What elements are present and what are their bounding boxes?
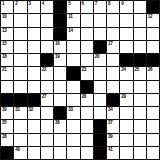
cell-r12c6[interactable] bbox=[67, 147, 79, 159]
cell-r2c3[interactable] bbox=[28, 14, 40, 26]
clue-number-29: 29 bbox=[121, 94, 126, 99]
cell-r2c10[interactable] bbox=[120, 14, 132, 26]
cell-r6c7[interactable]: 23 bbox=[81, 67, 93, 79]
clue-number-13: 13 bbox=[2, 28, 7, 33]
cell-r12c5[interactable] bbox=[54, 147, 66, 159]
cell-r3c9[interactable] bbox=[107, 28, 119, 40]
cell-r11c1[interactable]: 38 bbox=[1, 134, 13, 146]
cell-r3c4[interactable] bbox=[41, 28, 53, 40]
clue-number-38: 38 bbox=[2, 134, 7, 139]
black-square-r6c6 bbox=[67, 67, 79, 79]
clue-number-26: 26 bbox=[148, 67, 153, 72]
black-square-r2c5 bbox=[54, 14, 66, 26]
clue-number-24: 24 bbox=[121, 67, 126, 72]
clue-number-23: 23 bbox=[82, 67, 87, 72]
cell-r2c12[interactable]: 12 bbox=[147, 14, 159, 26]
clue-number-34: 34 bbox=[108, 107, 113, 112]
cell-r5c3[interactable] bbox=[28, 54, 40, 66]
clue-number-31: 31 bbox=[15, 107, 20, 112]
clue-number-35: 35 bbox=[2, 120, 7, 125]
clue-number-39: 39 bbox=[108, 134, 113, 139]
cell-r10c11[interactable] bbox=[134, 120, 146, 132]
cell-r10c4[interactable] bbox=[41, 120, 53, 132]
clue-number-37: 37 bbox=[108, 120, 113, 125]
clue-number-41: 41 bbox=[108, 147, 113, 152]
crossword-board: 1234567891011121314151617181920212223242… bbox=[0, 0, 160, 160]
black-square-r11c8 bbox=[94, 134, 106, 146]
cell-r7c3[interactable] bbox=[28, 81, 40, 93]
cell-r2c8[interactable] bbox=[94, 14, 106, 26]
cell-r3c7[interactable] bbox=[81, 28, 93, 40]
cell-r1c2[interactable]: 2 bbox=[14, 1, 26, 13]
clue-number-32: 32 bbox=[29, 107, 34, 112]
cell-r8c12[interactable] bbox=[147, 94, 159, 106]
black-square-r3c5 bbox=[54, 28, 66, 40]
cell-r2c2[interactable] bbox=[14, 14, 26, 26]
cell-r12c11[interactable] bbox=[134, 147, 146, 159]
cell-r1c9[interactable]: 8 bbox=[107, 1, 119, 13]
cell-r6c12[interactable]: 26 bbox=[147, 67, 159, 79]
clue-number-28: 28 bbox=[82, 94, 87, 99]
cell-r4c6[interactable] bbox=[67, 41, 79, 53]
cell-r7c5[interactable] bbox=[54, 81, 66, 93]
cell-r9c9[interactable]: 34 bbox=[107, 107, 119, 119]
cell-r11c10[interactable] bbox=[120, 134, 132, 146]
cell-r6c3[interactable] bbox=[28, 67, 40, 79]
cell-r1c7[interactable]: 6 bbox=[81, 1, 93, 13]
clue-number-36: 36 bbox=[55, 120, 60, 125]
crossword-page: 1234567891011121314151617181920212223242… bbox=[0, 0, 160, 160]
clue-number-6: 6 bbox=[82, 1, 84, 6]
cell-r9c3[interactable]: 32 bbox=[28, 107, 40, 119]
cell-r12c7[interactable] bbox=[81, 147, 93, 159]
cell-r3c12[interactable] bbox=[147, 28, 159, 40]
cell-r9c10[interactable] bbox=[120, 107, 132, 119]
cell-r2c9[interactable] bbox=[107, 14, 119, 26]
black-square-r5c12 bbox=[147, 54, 159, 66]
cell-r4c10[interactable] bbox=[120, 41, 132, 53]
clue-number-16: 16 bbox=[55, 41, 60, 46]
clue-number-18: 18 bbox=[2, 54, 7, 59]
cell-r8c8[interactable] bbox=[94, 94, 106, 106]
cell-r1c8[interactable]: 7 bbox=[94, 1, 106, 13]
cell-r12c12[interactable] bbox=[147, 147, 159, 159]
clue-number-7: 7 bbox=[95, 1, 97, 6]
cell-r11c4[interactable] bbox=[41, 134, 53, 146]
cell-r11c9[interactable]: 39 bbox=[107, 134, 119, 146]
cell-r4c7[interactable] bbox=[81, 41, 93, 53]
cell-r6c8[interactable] bbox=[94, 67, 106, 79]
cell-r9c7[interactable] bbox=[81, 107, 93, 119]
cell-r10c6[interactable] bbox=[67, 120, 79, 132]
cell-r6c10[interactable]: 24 bbox=[120, 67, 132, 79]
cell-r10c2[interactable] bbox=[14, 120, 26, 132]
clue-number-22: 22 bbox=[42, 67, 47, 72]
cell-r8c11[interactable] bbox=[134, 94, 146, 106]
cell-r4c9[interactable]: 17 bbox=[107, 41, 119, 53]
clue-number-27: 27 bbox=[42, 94, 47, 99]
cell-r6c11[interactable]: 25 bbox=[134, 67, 146, 79]
cell-r2c7[interactable] bbox=[81, 14, 93, 26]
clue-number-9: 9 bbox=[121, 1, 123, 6]
cell-r6c9[interactable] bbox=[107, 67, 119, 79]
cell-r7c10[interactable] bbox=[120, 81, 132, 93]
cell-r9c8[interactable] bbox=[94, 107, 106, 119]
cell-r5c6[interactable] bbox=[67, 54, 79, 66]
clue-number-40: 40 bbox=[15, 147, 20, 152]
cell-r4c5[interactable]: 16 bbox=[54, 41, 66, 53]
cell-r9c2[interactable]: 31 bbox=[14, 107, 26, 119]
cell-r1c1[interactable]: 1 bbox=[1, 1, 13, 13]
cell-r1c4[interactable]: 4 bbox=[41, 1, 53, 13]
cell-r11c3[interactable] bbox=[28, 134, 40, 146]
cell-r9c11[interactable] bbox=[134, 107, 146, 119]
cell-r3c6[interactable]: 14 bbox=[67, 28, 79, 40]
cell-r10c9[interactable]: 37 bbox=[107, 120, 119, 132]
cell-r11c12[interactable] bbox=[147, 134, 159, 146]
clue-number-4: 4 bbox=[42, 1, 44, 6]
cell-r6c4[interactable]: 22 bbox=[41, 67, 53, 79]
cell-r12c3[interactable] bbox=[28, 147, 40, 159]
cell-r10c7[interactable] bbox=[81, 120, 93, 132]
clue-number-3: 3 bbox=[29, 1, 31, 6]
clue-number-10: 10 bbox=[2, 14, 7, 19]
cell-r7c11[interactable] bbox=[134, 81, 146, 93]
cell-r11c2[interactable] bbox=[14, 134, 26, 146]
cell-r10c3[interactable] bbox=[28, 120, 40, 132]
cell-r5c2[interactable] bbox=[14, 54, 26, 66]
clue-number-14: 14 bbox=[68, 28, 73, 33]
black-square-r9c5 bbox=[54, 107, 66, 119]
black-square-r8c3 bbox=[28, 94, 40, 106]
cell-r2c11[interactable] bbox=[134, 14, 146, 26]
cell-r11c11[interactable] bbox=[134, 134, 146, 146]
cell-r10c10[interactable] bbox=[120, 120, 132, 132]
clue-number-11: 11 bbox=[68, 14, 72, 19]
cell-r6c5[interactable] bbox=[54, 67, 66, 79]
cell-r7c4[interactable] bbox=[41, 81, 53, 93]
cell-r9c6[interactable]: 33 bbox=[67, 107, 79, 119]
cell-r10c12[interactable] bbox=[147, 120, 159, 132]
clue-number-33: 33 bbox=[68, 107, 73, 112]
cell-r4c11[interactable] bbox=[134, 41, 146, 53]
cell-r8c6[interactable] bbox=[67, 94, 79, 106]
black-square-r8c1 bbox=[1, 94, 13, 106]
cell-r10c5[interactable]: 36 bbox=[54, 120, 66, 132]
cell-r4c2[interactable] bbox=[14, 41, 26, 53]
cell-r3c1[interactable]: 13 bbox=[1, 28, 13, 40]
cell-r12c2[interactable]: 40 bbox=[14, 147, 26, 159]
cell-r6c2[interactable] bbox=[14, 67, 26, 79]
cell-r7c6[interactable] bbox=[67, 81, 79, 93]
cell-r8c10[interactable]: 29 bbox=[120, 94, 132, 106]
black-square-r5c4 bbox=[41, 54, 53, 66]
cell-r7c9[interactable] bbox=[107, 81, 119, 93]
black-square-r1c5 bbox=[54, 1, 66, 13]
cell-r9c12[interactable] bbox=[147, 107, 159, 119]
clue-number-8: 8 bbox=[108, 1, 110, 6]
cell-r8c4[interactable]: 27 bbox=[41, 94, 53, 106]
cell-r3c10[interactable] bbox=[120, 28, 132, 40]
cell-r5c5[interactable]: 19 bbox=[54, 54, 66, 66]
black-square-r12c1 bbox=[1, 147, 13, 159]
cell-r3c11[interactable] bbox=[134, 28, 146, 40]
black-square-r7c7 bbox=[81, 81, 93, 93]
cell-r10c1[interactable]: 35 bbox=[1, 120, 13, 132]
clue-number-25: 25 bbox=[135, 67, 140, 72]
cell-r9c1[interactable]: 30 bbox=[1, 107, 13, 119]
black-square-r10c8 bbox=[94, 120, 106, 132]
cell-r11c5[interactable] bbox=[54, 134, 66, 146]
cell-r7c1[interactable] bbox=[1, 81, 13, 93]
clue-number-1: 1 bbox=[2, 1, 4, 6]
cell-r12c10[interactable] bbox=[120, 147, 132, 159]
black-square-r8c9 bbox=[107, 94, 119, 106]
cell-r3c2[interactable] bbox=[14, 28, 26, 40]
cell-r4c3[interactable] bbox=[28, 41, 40, 53]
clue-number-21: 21 bbox=[2, 67, 7, 72]
black-square-r4c8 bbox=[94, 41, 106, 53]
cell-r11c7[interactable] bbox=[81, 134, 93, 146]
cell-r6c1[interactable]: 21 bbox=[1, 67, 13, 79]
cell-r1c3[interactable]: 3 bbox=[28, 1, 40, 13]
clue-number-30: 30 bbox=[2, 107, 7, 112]
clue-number-20: 20 bbox=[95, 54, 100, 59]
cell-r5c9[interactable] bbox=[107, 54, 119, 66]
clue-number-17: 17 bbox=[108, 41, 113, 46]
cell-r7c2[interactable] bbox=[14, 81, 26, 93]
cell-r2c6[interactable]: 11 bbox=[67, 14, 79, 26]
black-square-r5c11 bbox=[134, 54, 146, 66]
cell-r1c11[interactable] bbox=[134, 1, 146, 13]
cell-r11c6[interactable] bbox=[67, 134, 79, 146]
cell-r8c5[interactable] bbox=[54, 94, 66, 106]
cell-r4c12[interactable] bbox=[147, 41, 159, 53]
clue-number-15: 15 bbox=[2, 41, 7, 46]
clue-number-2: 2 bbox=[15, 1, 17, 6]
cell-r8c7[interactable]: 28 bbox=[81, 94, 93, 106]
black-square-r5c10 bbox=[120, 54, 132, 66]
cell-r7c8[interactable] bbox=[94, 81, 106, 93]
cell-r3c3[interactable] bbox=[28, 28, 40, 40]
clue-number-19: 19 bbox=[55, 54, 60, 59]
cell-r2c1[interactable]: 10 bbox=[1, 14, 13, 26]
cell-r7c12[interactable] bbox=[147, 81, 159, 93]
cell-r1c6[interactable]: 5 bbox=[67, 1, 79, 13]
black-square-r1c12 bbox=[147, 1, 159, 13]
cell-r12c9[interactable]: 41 bbox=[107, 147, 119, 159]
cell-r9c4[interactable] bbox=[41, 107, 53, 119]
cell-r5c1[interactable]: 18 bbox=[1, 54, 13, 66]
cell-r2c4[interactable] bbox=[41, 14, 53, 26]
cell-r3c8[interactable] bbox=[94, 28, 106, 40]
black-square-r12c8 bbox=[94, 147, 106, 159]
cell-r12c4[interactable] bbox=[41, 147, 53, 159]
cell-r5c8[interactable]: 20 bbox=[94, 54, 106, 66]
cell-r1c10[interactable]: 9 bbox=[120, 1, 132, 13]
cell-r4c4[interactable] bbox=[41, 41, 53, 53]
cell-r4c1[interactable]: 15 bbox=[1, 41, 13, 53]
clue-number-5: 5 bbox=[68, 1, 70, 6]
black-square-r8c2 bbox=[14, 94, 26, 106]
cell-r5c7[interactable] bbox=[81, 54, 93, 66]
clue-number-12: 12 bbox=[148, 14, 153, 19]
